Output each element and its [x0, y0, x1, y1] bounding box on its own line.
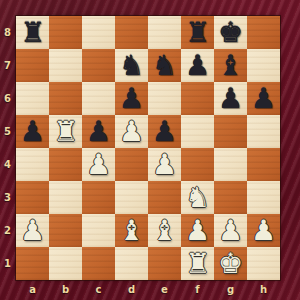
- square-h4[interactable]: [247, 148, 280, 181]
- square-e5[interactable]: ♟: [148, 115, 181, 148]
- square-e8[interactable]: [148, 16, 181, 49]
- rank-label-4: 4: [0, 148, 15, 181]
- square-b4[interactable]: [49, 148, 82, 181]
- square-h3[interactable]: [247, 181, 280, 214]
- square-a1[interactable]: [16, 247, 49, 280]
- square-c4[interactable]: ♟: [82, 148, 115, 181]
- piece-white-pawn-a2[interactable]: ♟: [16, 214, 49, 247]
- piece-black-pawn-h6[interactable]: ♟: [247, 82, 280, 115]
- file-label-c: c: [82, 281, 115, 300]
- square-b5[interactable]: ♜: [49, 115, 82, 148]
- square-e4[interactable]: ♟: [148, 148, 181, 181]
- file-label-h: h: [247, 281, 280, 300]
- square-a4[interactable]: [16, 148, 49, 181]
- square-c5[interactable]: ♟: [82, 115, 115, 148]
- piece-black-bishop-g7[interactable]: ♝: [214, 49, 247, 82]
- square-g8[interactable]: ♚: [214, 16, 247, 49]
- square-g3[interactable]: [214, 181, 247, 214]
- square-c6[interactable]: [82, 82, 115, 115]
- piece-white-king-g1[interactable]: ♚: [214, 247, 247, 280]
- square-a3[interactable]: [16, 181, 49, 214]
- rank-label-1: 1: [0, 247, 15, 280]
- square-f3[interactable]: ♞: [181, 181, 214, 214]
- square-f7[interactable]: ♟: [181, 49, 214, 82]
- file-label-g: g: [214, 281, 247, 300]
- square-h5[interactable]: [247, 115, 280, 148]
- piece-white-pawn-g2[interactable]: ♟: [214, 214, 247, 247]
- square-d1[interactable]: [115, 247, 148, 280]
- file-label-b: b: [49, 281, 82, 300]
- rank-label-3: 3: [0, 181, 15, 214]
- rank-label-5: 5: [0, 115, 15, 148]
- square-c3[interactable]: [82, 181, 115, 214]
- square-c7[interactable]: [82, 49, 115, 82]
- square-f4[interactable]: [181, 148, 214, 181]
- piece-black-pawn-a5[interactable]: ♟: [16, 115, 49, 148]
- square-d8[interactable]: [115, 16, 148, 49]
- piece-white-pawn-d5[interactable]: ♟: [115, 115, 148, 148]
- square-e1[interactable]: [148, 247, 181, 280]
- square-a2[interactable]: ♟: [16, 214, 49, 247]
- square-g2[interactable]: ♟: [214, 214, 247, 247]
- rank-label-6: 6: [0, 82, 15, 115]
- piece-white-rook-f1[interactable]: ♜: [181, 247, 214, 280]
- square-d7[interactable]: ♞: [115, 49, 148, 82]
- file-label-a: a: [16, 281, 49, 300]
- piece-white-knight-f3[interactable]: ♞: [181, 181, 214, 214]
- piece-white-bishop-d2[interactable]: ♝: [115, 214, 148, 247]
- piece-white-bishop-e2[interactable]: ♝: [148, 214, 181, 247]
- piece-black-knight-e7[interactable]: ♞: [148, 49, 181, 82]
- rank-label-8: 8: [0, 16, 15, 49]
- piece-white-pawn-f2[interactable]: ♟: [181, 214, 214, 247]
- square-b6[interactable]: [49, 82, 82, 115]
- piece-white-pawn-c4[interactable]: ♟: [82, 148, 115, 181]
- file-label-f: f: [181, 281, 214, 300]
- square-a8[interactable]: ♜: [16, 16, 49, 49]
- square-a5[interactable]: ♟: [16, 115, 49, 148]
- square-g5[interactable]: [214, 115, 247, 148]
- square-h2[interactable]: ♟: [247, 214, 280, 247]
- square-f2[interactable]: ♟: [181, 214, 214, 247]
- file-label-d: d: [115, 281, 148, 300]
- square-d2[interactable]: ♝: [115, 214, 148, 247]
- square-b2[interactable]: [49, 214, 82, 247]
- piece-black-rook-f8[interactable]: ♜: [181, 16, 214, 49]
- piece-black-rook-a8[interactable]: ♜: [16, 16, 49, 49]
- piece-white-rook-b5[interactable]: ♜: [49, 115, 82, 148]
- square-a6[interactable]: [16, 82, 49, 115]
- square-a7[interactable]: [16, 49, 49, 82]
- square-h6[interactable]: ♟: [247, 82, 280, 115]
- square-d4[interactable]: [115, 148, 148, 181]
- piece-black-knight-d7[interactable]: ♞: [115, 49, 148, 82]
- piece-white-pawn-e4[interactable]: ♟: [148, 148, 181, 181]
- piece-black-pawn-c5[interactable]: ♟: [82, 115, 115, 148]
- piece-black-pawn-f7[interactable]: ♟: [181, 49, 214, 82]
- square-g6[interactable]: ♟: [214, 82, 247, 115]
- square-h8[interactable]: [247, 16, 280, 49]
- square-b7[interactable]: [49, 49, 82, 82]
- rank-label-2: 2: [0, 214, 15, 247]
- piece-white-pawn-h2[interactable]: ♟: [247, 214, 280, 247]
- file-label-e: e: [148, 281, 181, 300]
- square-g4[interactable]: [214, 148, 247, 181]
- square-g1[interactable]: ♚: [214, 247, 247, 280]
- square-b8[interactable]: [49, 16, 82, 49]
- square-d3[interactable]: [115, 181, 148, 214]
- square-c8[interactable]: [82, 16, 115, 49]
- square-e7[interactable]: ♞: [148, 49, 181, 82]
- piece-black-pawn-e5[interactable]: ♟: [148, 115, 181, 148]
- piece-black-king-g8[interactable]: ♚: [214, 16, 247, 49]
- chess-board: ♜♜♚♞♞♟♝♟♟♟♟♜♟♟♟♟♟♞♟♝♝♟♟♟♜♚: [16, 16, 280, 280]
- square-f8[interactable]: ♜: [181, 16, 214, 49]
- piece-black-pawn-g6[interactable]: ♟: [214, 82, 247, 115]
- square-e3[interactable]: [148, 181, 181, 214]
- square-b3[interactable]: [49, 181, 82, 214]
- square-d5[interactable]: ♟: [115, 115, 148, 148]
- square-h1[interactable]: [247, 247, 280, 280]
- square-f6[interactable]: [181, 82, 214, 115]
- piece-black-pawn-d6[interactable]: ♟: [115, 82, 148, 115]
- square-f5[interactable]: [181, 115, 214, 148]
- board-frame: ♜♜♚♞♞♟♝♟♟♟♟♜♟♟♟♟♟♞♟♝♝♟♟♟♜♚ 87654321abcde…: [0, 0, 300, 300]
- square-c1[interactable]: [82, 247, 115, 280]
- square-h7[interactable]: [247, 49, 280, 82]
- square-b1[interactable]: [49, 247, 82, 280]
- square-d6[interactable]: ♟: [115, 82, 148, 115]
- square-g7[interactable]: ♝: [214, 49, 247, 82]
- square-c2[interactable]: [82, 214, 115, 247]
- rank-label-7: 7: [0, 49, 15, 82]
- square-e2[interactable]: ♝: [148, 214, 181, 247]
- square-f1[interactable]: ♜: [181, 247, 214, 280]
- square-e6[interactable]: [148, 82, 181, 115]
